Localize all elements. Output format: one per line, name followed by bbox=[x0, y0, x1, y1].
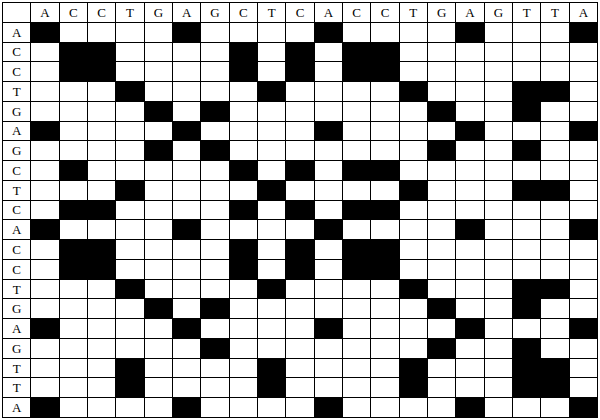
cell-r18c14 bbox=[400, 359, 427, 378]
cell-r1c11 bbox=[315, 23, 342, 42]
cell-r20c5 bbox=[145, 398, 172, 417]
row-header-7: G bbox=[3, 141, 30, 160]
col-header-14: T bbox=[400, 3, 427, 22]
cell-r17c13 bbox=[371, 339, 398, 358]
row-header-2: C bbox=[3, 43, 30, 62]
cell-r19c12 bbox=[343, 378, 370, 397]
col-header-3: C bbox=[88, 3, 115, 22]
cell-r2c18 bbox=[513, 43, 540, 62]
cell-r16c7 bbox=[201, 319, 228, 338]
cell-r15c9 bbox=[258, 299, 285, 318]
cell-r11c1 bbox=[31, 220, 58, 239]
cell-r10c2 bbox=[60, 201, 87, 220]
cell-r5c10 bbox=[286, 102, 313, 121]
cell-r12c14 bbox=[400, 240, 427, 259]
cell-r9c4 bbox=[116, 181, 143, 200]
cell-r7c3 bbox=[88, 141, 115, 160]
cell-r1c5 bbox=[145, 23, 172, 42]
cell-r8c15 bbox=[428, 161, 455, 180]
cell-r11c17 bbox=[485, 220, 512, 239]
cell-r19c7 bbox=[201, 378, 228, 397]
cell-r18c10 bbox=[286, 359, 313, 378]
cell-r6c19 bbox=[541, 122, 568, 141]
cell-r2c11 bbox=[315, 43, 342, 62]
cell-r7c8 bbox=[230, 141, 257, 160]
cell-r14c12 bbox=[343, 280, 370, 299]
cell-r1c1 bbox=[31, 23, 58, 42]
cell-r18c7 bbox=[201, 359, 228, 378]
cell-r10c3 bbox=[88, 201, 115, 220]
cell-r3c19 bbox=[541, 62, 568, 81]
cell-r14c17 bbox=[485, 280, 512, 299]
cell-r9c1 bbox=[31, 181, 58, 200]
col-header-6: A bbox=[173, 3, 200, 22]
cell-r13c10 bbox=[286, 260, 313, 279]
cell-r8c10 bbox=[286, 161, 313, 180]
col-header-12: C bbox=[343, 3, 370, 22]
cell-r20c11 bbox=[315, 398, 342, 417]
row-header-15: G bbox=[3, 299, 30, 318]
cell-r1c10 bbox=[286, 23, 313, 42]
col-header-2: C bbox=[60, 3, 87, 22]
cell-r13c5 bbox=[145, 260, 172, 279]
cell-r9c2 bbox=[60, 181, 87, 200]
row-header-17: G bbox=[3, 339, 30, 358]
cell-r15c16 bbox=[456, 299, 483, 318]
cell-r15c14 bbox=[400, 299, 427, 318]
cell-r16c2 bbox=[60, 319, 87, 338]
cell-r5c17 bbox=[485, 102, 512, 121]
cell-r3c14 bbox=[400, 62, 427, 81]
cell-r1c19 bbox=[541, 23, 568, 42]
cell-r15c19 bbox=[541, 299, 568, 318]
cell-r12c11 bbox=[315, 240, 342, 259]
cell-r1c16 bbox=[456, 23, 483, 42]
cell-r1c15 bbox=[428, 23, 455, 42]
cell-r5c13 bbox=[371, 102, 398, 121]
cell-r20c1 bbox=[31, 398, 58, 417]
cell-r17c1 bbox=[31, 339, 58, 358]
cell-r6c12 bbox=[343, 122, 370, 141]
cell-r5c11 bbox=[315, 102, 342, 121]
cell-r9c8 bbox=[230, 181, 257, 200]
col-header-8: C bbox=[230, 3, 257, 22]
cell-r10c10 bbox=[286, 201, 313, 220]
cell-r15c8 bbox=[230, 299, 257, 318]
cell-r1c14 bbox=[400, 23, 427, 42]
cell-r18c11 bbox=[315, 359, 342, 378]
cell-r5c8 bbox=[230, 102, 257, 121]
cell-r11c13 bbox=[371, 220, 398, 239]
cell-r11c20 bbox=[570, 220, 597, 239]
row-header-14: T bbox=[3, 280, 30, 299]
cell-r15c12 bbox=[343, 299, 370, 318]
cell-r12c7 bbox=[201, 240, 228, 259]
cell-r16c15 bbox=[428, 319, 455, 338]
cell-r19c17 bbox=[485, 378, 512, 397]
cell-r18c4 bbox=[116, 359, 143, 378]
cell-r20c8 bbox=[230, 398, 257, 417]
cell-r15c17 bbox=[485, 299, 512, 318]
cell-r1c7 bbox=[201, 23, 228, 42]
cell-r4c9 bbox=[258, 82, 285, 101]
cell-r14c5 bbox=[145, 280, 172, 299]
cell-r17c14 bbox=[400, 339, 427, 358]
cell-r17c18 bbox=[513, 339, 540, 358]
cell-r20c14 bbox=[400, 398, 427, 417]
cell-r10c12 bbox=[343, 201, 370, 220]
cell-r14c15 bbox=[428, 280, 455, 299]
cell-r15c5 bbox=[145, 299, 172, 318]
cell-r16c5 bbox=[145, 319, 172, 338]
cell-r14c9 bbox=[258, 280, 285, 299]
cell-r13c16 bbox=[456, 260, 483, 279]
cell-r16c18 bbox=[513, 319, 540, 338]
cell-r13c1 bbox=[31, 260, 58, 279]
cell-r18c15 bbox=[428, 359, 455, 378]
cell-r14c7 bbox=[201, 280, 228, 299]
cell-r19c3 bbox=[88, 378, 115, 397]
cell-r8c13 bbox=[371, 161, 398, 180]
cell-r8c16 bbox=[456, 161, 483, 180]
cell-r10c14 bbox=[400, 201, 427, 220]
cell-r11c2 bbox=[60, 220, 87, 239]
cell-r16c13 bbox=[371, 319, 398, 338]
cell-r1c2 bbox=[60, 23, 87, 42]
cell-r3c7 bbox=[201, 62, 228, 81]
cell-r19c18 bbox=[513, 378, 540, 397]
cell-r13c13 bbox=[371, 260, 398, 279]
cell-r6c15 bbox=[428, 122, 455, 141]
cell-r5c20 bbox=[570, 102, 597, 121]
cell-r14c4 bbox=[116, 280, 143, 299]
cell-r18c16 bbox=[456, 359, 483, 378]
cell-r13c6 bbox=[173, 260, 200, 279]
cell-r5c3 bbox=[88, 102, 115, 121]
cell-r14c13 bbox=[371, 280, 398, 299]
cell-r20c20 bbox=[570, 398, 597, 417]
cell-r2c2 bbox=[60, 43, 87, 62]
cell-r8c19 bbox=[541, 161, 568, 180]
row-header-16: A bbox=[3, 319, 30, 338]
cell-r5c6 bbox=[173, 102, 200, 121]
cell-r3c3 bbox=[88, 62, 115, 81]
cell-r18c18 bbox=[513, 359, 540, 378]
cell-r19c10 bbox=[286, 378, 313, 397]
cell-r12c1 bbox=[31, 240, 58, 259]
cell-r11c15 bbox=[428, 220, 455, 239]
cell-r16c3 bbox=[88, 319, 115, 338]
cell-r2c9 bbox=[258, 43, 285, 62]
cell-r10c20 bbox=[570, 201, 597, 220]
cell-r2c19 bbox=[541, 43, 568, 62]
cell-r13c3 bbox=[88, 260, 115, 279]
cell-r10c18 bbox=[513, 201, 540, 220]
cell-r6c18 bbox=[513, 122, 540, 141]
cell-r17c8 bbox=[230, 339, 257, 358]
cell-r15c2 bbox=[60, 299, 87, 318]
cell-r1c8 bbox=[230, 23, 257, 42]
cell-r4c18 bbox=[513, 82, 540, 101]
cell-r11c16 bbox=[456, 220, 483, 239]
cell-r2c12 bbox=[343, 43, 370, 62]
cell-r8c3 bbox=[88, 161, 115, 180]
row-header-20: A bbox=[3, 398, 30, 417]
cell-r11c7 bbox=[201, 220, 228, 239]
cell-r6c9 bbox=[258, 122, 285, 141]
cell-r9c16 bbox=[456, 181, 483, 200]
col-header-10: C bbox=[286, 3, 313, 22]
cell-r15c7 bbox=[201, 299, 228, 318]
cell-r6c1 bbox=[31, 122, 58, 141]
cell-r16c4 bbox=[116, 319, 143, 338]
cell-r16c8 bbox=[230, 319, 257, 338]
cell-r5c18 bbox=[513, 102, 540, 121]
cell-r5c4 bbox=[116, 102, 143, 121]
cell-r12c13 bbox=[371, 240, 398, 259]
cell-r12c9 bbox=[258, 240, 285, 259]
cell-r14c10 bbox=[286, 280, 313, 299]
dot-plot-grid: ACCTGAGCTCACCTGAGTTAACCTGAGCTCACCTGAGTTA bbox=[2, 2, 598, 418]
cell-r17c11 bbox=[315, 339, 342, 358]
cell-r16c19 bbox=[541, 319, 568, 338]
cell-r17c16 bbox=[456, 339, 483, 358]
cell-r13c7 bbox=[201, 260, 228, 279]
cell-r8c1 bbox=[31, 161, 58, 180]
cell-r4c20 bbox=[570, 82, 597, 101]
cell-r4c16 bbox=[456, 82, 483, 101]
cell-r17c2 bbox=[60, 339, 87, 358]
cell-r7c1 bbox=[31, 141, 58, 160]
cell-r13c12 bbox=[343, 260, 370, 279]
row-header-9: T bbox=[3, 181, 30, 200]
cell-r4c5 bbox=[145, 82, 172, 101]
cell-r2c3 bbox=[88, 43, 115, 62]
cell-r1c4 bbox=[116, 23, 143, 42]
cell-r19c14 bbox=[400, 378, 427, 397]
cell-r5c7 bbox=[201, 102, 228, 121]
cell-r12c2 bbox=[60, 240, 87, 259]
cell-r7c17 bbox=[485, 141, 512, 160]
cell-r1c9 bbox=[258, 23, 285, 42]
cell-r16c1 bbox=[31, 319, 58, 338]
cell-r13c4 bbox=[116, 260, 143, 279]
cell-r6c4 bbox=[116, 122, 143, 141]
row-header-19: T bbox=[3, 378, 30, 397]
cell-r17c17 bbox=[485, 339, 512, 358]
cell-r4c2 bbox=[60, 82, 87, 101]
cell-r7c6 bbox=[173, 141, 200, 160]
cell-r5c1 bbox=[31, 102, 58, 121]
cell-r12c16 bbox=[456, 240, 483, 259]
cell-r16c11 bbox=[315, 319, 342, 338]
cell-r6c11 bbox=[315, 122, 342, 141]
cell-r2c4 bbox=[116, 43, 143, 62]
cell-r15c11 bbox=[315, 299, 342, 318]
cell-r16c14 bbox=[400, 319, 427, 338]
cell-r20c18 bbox=[513, 398, 540, 417]
cell-r10c5 bbox=[145, 201, 172, 220]
cell-r8c12 bbox=[343, 161, 370, 180]
cell-r4c13 bbox=[371, 82, 398, 101]
cell-r3c17 bbox=[485, 62, 512, 81]
cell-r20c17 bbox=[485, 398, 512, 417]
cell-r20c9 bbox=[258, 398, 285, 417]
cell-r3c1 bbox=[31, 62, 58, 81]
cell-r6c5 bbox=[145, 122, 172, 141]
cell-r2c16 bbox=[456, 43, 483, 62]
cell-r2c8 bbox=[230, 43, 257, 62]
cell-r12c8 bbox=[230, 240, 257, 259]
cell-r1c12 bbox=[343, 23, 370, 42]
col-header-13: C bbox=[371, 3, 398, 22]
cell-r3c9 bbox=[258, 62, 285, 81]
cell-r11c11 bbox=[315, 220, 342, 239]
cell-r4c11 bbox=[315, 82, 342, 101]
cell-r3c8 bbox=[230, 62, 257, 81]
cell-r12c15 bbox=[428, 240, 455, 259]
cell-r2c10 bbox=[286, 43, 313, 62]
cell-r20c10 bbox=[286, 398, 313, 417]
cell-r17c15 bbox=[428, 339, 455, 358]
cell-r8c7 bbox=[201, 161, 228, 180]
cell-r12c20 bbox=[570, 240, 597, 259]
cell-r20c6 bbox=[173, 398, 200, 417]
cell-r4c3 bbox=[88, 82, 115, 101]
cell-r4c7 bbox=[201, 82, 228, 101]
cell-r12c6 bbox=[173, 240, 200, 259]
cell-r17c5 bbox=[145, 339, 172, 358]
cell-r3c6 bbox=[173, 62, 200, 81]
cell-r9c9 bbox=[258, 181, 285, 200]
cell-r13c19 bbox=[541, 260, 568, 279]
cell-r9c15 bbox=[428, 181, 455, 200]
cell-r1c13 bbox=[371, 23, 398, 42]
col-header-15: G bbox=[428, 3, 455, 22]
row-header-11: A bbox=[3, 220, 30, 239]
cell-r10c7 bbox=[201, 201, 228, 220]
cell-r4c8 bbox=[230, 82, 257, 101]
cell-r19c2 bbox=[60, 378, 87, 397]
cell-r2c13 bbox=[371, 43, 398, 62]
cell-r5c5 bbox=[145, 102, 172, 121]
cell-r1c17 bbox=[485, 23, 512, 42]
cell-r7c4 bbox=[116, 141, 143, 160]
corner-cell bbox=[3, 3, 30, 22]
cell-r11c9 bbox=[258, 220, 285, 239]
cell-r14c19 bbox=[541, 280, 568, 299]
cell-r15c10 bbox=[286, 299, 313, 318]
cell-r17c6 bbox=[173, 339, 200, 358]
cell-r1c20 bbox=[570, 23, 597, 42]
cell-r19c9 bbox=[258, 378, 285, 397]
cell-r8c4 bbox=[116, 161, 143, 180]
cell-r9c14 bbox=[400, 181, 427, 200]
cell-r7c9 bbox=[258, 141, 285, 160]
cell-r12c3 bbox=[88, 240, 115, 259]
dot-plot-figure: ACCTGAGCTCACCTGAGTTAACCTGAGCTCACCTGAGTTA bbox=[0, 0, 600, 420]
cell-r14c1 bbox=[31, 280, 58, 299]
cell-r9c19 bbox=[541, 181, 568, 200]
cell-r2c1 bbox=[31, 43, 58, 62]
cell-r7c18 bbox=[513, 141, 540, 160]
cell-r2c14 bbox=[400, 43, 427, 62]
col-header-5: G bbox=[145, 3, 172, 22]
cell-r18c5 bbox=[145, 359, 172, 378]
cell-r14c20 bbox=[570, 280, 597, 299]
cell-r3c16 bbox=[456, 62, 483, 81]
cell-r6c17 bbox=[485, 122, 512, 141]
cell-r6c16 bbox=[456, 122, 483, 141]
cell-r10c19 bbox=[541, 201, 568, 220]
cell-r7c2 bbox=[60, 141, 87, 160]
cell-r11c5 bbox=[145, 220, 172, 239]
cell-r3c18 bbox=[513, 62, 540, 81]
cell-r19c4 bbox=[116, 378, 143, 397]
row-header-12: C bbox=[3, 240, 30, 259]
row-header-1: A bbox=[3, 23, 30, 42]
cell-r5c15 bbox=[428, 102, 455, 121]
col-header-17: G bbox=[485, 3, 512, 22]
cell-r8c5 bbox=[145, 161, 172, 180]
row-header-8: C bbox=[3, 161, 30, 180]
cell-r14c11 bbox=[315, 280, 342, 299]
cell-r16c17 bbox=[485, 319, 512, 338]
row-header-18: T bbox=[3, 359, 30, 378]
cell-r14c14 bbox=[400, 280, 427, 299]
cell-r19c5 bbox=[145, 378, 172, 397]
cell-r19c1 bbox=[31, 378, 58, 397]
cell-r10c15 bbox=[428, 201, 455, 220]
cell-r11c14 bbox=[400, 220, 427, 239]
cell-r6c14 bbox=[400, 122, 427, 141]
cell-r11c19 bbox=[541, 220, 568, 239]
cell-r15c1 bbox=[31, 299, 58, 318]
cell-r9c12 bbox=[343, 181, 370, 200]
cell-r18c9 bbox=[258, 359, 285, 378]
cell-r2c6 bbox=[173, 43, 200, 62]
cell-r5c9 bbox=[258, 102, 285, 121]
cell-r4c1 bbox=[31, 82, 58, 101]
cell-r13c9 bbox=[258, 260, 285, 279]
cell-r9c10 bbox=[286, 181, 313, 200]
cell-r3c15 bbox=[428, 62, 455, 81]
cell-r16c12 bbox=[343, 319, 370, 338]
cell-r10c16 bbox=[456, 201, 483, 220]
cell-r2c17 bbox=[485, 43, 512, 62]
cell-r9c6 bbox=[173, 181, 200, 200]
cell-r18c3 bbox=[88, 359, 115, 378]
cell-r2c15 bbox=[428, 43, 455, 62]
cell-r4c17 bbox=[485, 82, 512, 101]
cell-r4c4 bbox=[116, 82, 143, 101]
cell-r11c4 bbox=[116, 220, 143, 239]
cell-r13c14 bbox=[400, 260, 427, 279]
cell-r3c20 bbox=[570, 62, 597, 81]
cell-r9c11 bbox=[315, 181, 342, 200]
cell-r12c18 bbox=[513, 240, 540, 259]
cell-r16c16 bbox=[456, 319, 483, 338]
cell-r16c20 bbox=[570, 319, 597, 338]
cell-r9c20 bbox=[570, 181, 597, 200]
cell-r8c20 bbox=[570, 161, 597, 180]
cell-r4c10 bbox=[286, 82, 313, 101]
cell-r19c19 bbox=[541, 378, 568, 397]
cell-r6c3 bbox=[88, 122, 115, 141]
cell-r8c17 bbox=[485, 161, 512, 180]
cell-r19c16 bbox=[456, 378, 483, 397]
cell-r1c18 bbox=[513, 23, 540, 42]
